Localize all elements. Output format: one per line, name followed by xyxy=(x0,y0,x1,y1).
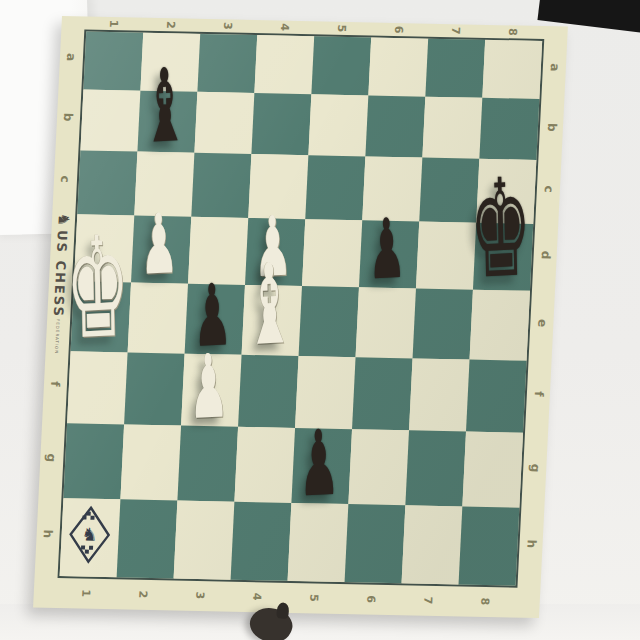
coordinate-labels: 1122334455667788aabbccdeffgghh xyxy=(62,16,568,27)
square-e7[interactable] xyxy=(413,288,473,359)
vinyl-chess-board: ♝♟♟♟♚♚♟♝♟♟♞ ♞ US CHESS FEDERATION 112233… xyxy=(33,16,568,618)
piece-black-king-d8[interactable]: ♚ xyxy=(468,166,532,293)
square-a5[interactable] xyxy=(311,36,371,95)
square-g7[interactable] xyxy=(405,430,466,506)
file-label-left-g: g xyxy=(44,450,59,464)
square-a8[interactable] xyxy=(482,40,542,99)
svg-text:♞: ♞ xyxy=(81,524,98,545)
square-a7[interactable] xyxy=(425,39,485,98)
file-label-right-h: h xyxy=(524,537,539,551)
square-h8[interactable] xyxy=(459,506,520,585)
rank-label-bottom-4: 4 xyxy=(249,590,263,604)
square-c5[interactable] xyxy=(305,155,365,220)
square-a6[interactable] xyxy=(368,37,428,96)
rank-label-bottom-3: 3 xyxy=(192,588,206,602)
square-g1[interactable] xyxy=(63,423,124,499)
rank-label-bottom-5: 5 xyxy=(306,591,320,605)
square-b1[interactable] xyxy=(80,89,140,151)
square-g2[interactable] xyxy=(120,424,181,500)
square-g6[interactable] xyxy=(348,429,409,505)
file-label-right-b: b xyxy=(545,120,560,134)
photo-canvas: ♝♟♟♟♚♚♟♝♟♟♞ ♞ US CHESS FEDERATION 112233… xyxy=(0,0,640,640)
square-b2[interactable]: ♝ xyxy=(137,91,197,153)
square-a3[interactable] xyxy=(197,34,257,93)
square-a1[interactable] xyxy=(83,32,143,91)
square-b4[interactable] xyxy=(251,93,311,155)
rank-label-bottom-7: 7 xyxy=(420,593,434,607)
file-label-left-b: b xyxy=(61,110,76,124)
square-c3[interactable] xyxy=(191,153,251,218)
square-h6[interactable] xyxy=(345,504,406,583)
rank-label-top-4: 4 xyxy=(277,20,291,34)
piece-white-pawn-d2[interactable]: ♟ xyxy=(139,207,178,285)
square-d7[interactable] xyxy=(416,222,476,290)
square-g8[interactable] xyxy=(462,432,523,508)
square-e4[interactable]: ♝ xyxy=(242,285,302,356)
rank-label-top-8: 8 xyxy=(505,25,519,39)
rank-label-bottom-6: 6 xyxy=(363,592,377,606)
file-label-right-f: f xyxy=(532,387,547,401)
square-f8[interactable] xyxy=(466,360,527,433)
rank-label-bottom-2: 2 xyxy=(135,587,149,601)
square-d2[interactable]: ♟ xyxy=(131,216,191,284)
file-label-right-g: g xyxy=(528,460,543,474)
rank-label-top-7: 7 xyxy=(448,24,462,38)
piece-white-king-e1[interactable]: ♚ xyxy=(65,224,131,355)
board-grid: ♝♟♟♟♚♚♟♝♟♟♞ xyxy=(60,32,543,586)
file-label-left-c: c xyxy=(58,172,73,186)
square-h3[interactable] xyxy=(174,501,235,580)
rank-label-top-6: 6 xyxy=(391,22,405,36)
file-label-left-a: a xyxy=(64,50,79,64)
square-h7[interactable] xyxy=(402,505,463,584)
square-b7[interactable] xyxy=(422,97,482,159)
square-a4[interactable] xyxy=(254,35,314,94)
file-label-left-f: f xyxy=(48,377,63,391)
rank-label-top-1: 1 xyxy=(106,16,120,30)
square-e5[interactable] xyxy=(299,286,359,357)
square-b5[interactable] xyxy=(308,94,368,156)
square-d8[interactable]: ♚ xyxy=(473,223,533,291)
square-g5[interactable]: ♟ xyxy=(291,428,352,504)
file-label-left-h: h xyxy=(40,527,55,541)
square-f7[interactable] xyxy=(409,358,470,431)
square-f2[interactable] xyxy=(124,352,185,425)
file-label-right-e: e xyxy=(535,316,550,330)
file-label-right-c: c xyxy=(542,182,557,196)
square-f6[interactable] xyxy=(352,357,413,430)
piece-black-pawn-g5[interactable]: ♟ xyxy=(298,420,341,505)
file-label-right-a: a xyxy=(548,60,563,74)
border-logo-sub-text: FEDERATION xyxy=(54,319,61,354)
square-e6[interactable] xyxy=(356,287,416,358)
playing-area: ♝♟♟♟♚♚♟♝♟♟♞ xyxy=(58,29,545,587)
rank-label-bottom-1: 1 xyxy=(78,586,92,600)
rank-label-bottom-8: 8 xyxy=(477,594,491,608)
square-h4[interactable] xyxy=(231,502,292,581)
piece-white-bishop-e4[interactable]: ♝ xyxy=(243,253,296,357)
piece-black-pawn-d6[interactable]: ♟ xyxy=(367,211,406,289)
square-e2[interactable] xyxy=(128,283,188,354)
square-d5[interactable] xyxy=(302,219,362,287)
square-b6[interactable] xyxy=(365,95,425,157)
rank-label-top-5: 5 xyxy=(334,21,348,35)
square-e1[interactable]: ♚ xyxy=(71,281,131,352)
file-label-right-d: d xyxy=(538,248,553,262)
square-b3[interactable] xyxy=(194,92,254,154)
square-g4[interactable] xyxy=(234,427,295,503)
us-chess-logo-emblem: ♞ xyxy=(66,504,113,565)
square-h1[interactable]: ♞ xyxy=(60,498,121,577)
square-d6[interactable]: ♟ xyxy=(359,220,419,288)
piece-white-pawn-f3[interactable]: ♟ xyxy=(188,345,230,428)
square-h2[interactable] xyxy=(117,499,178,578)
rank-label-top-3: 3 xyxy=(220,19,234,33)
rank-label-top-2: 2 xyxy=(163,18,177,32)
piece-black-bishop-b2[interactable]: ♝ xyxy=(141,59,189,154)
